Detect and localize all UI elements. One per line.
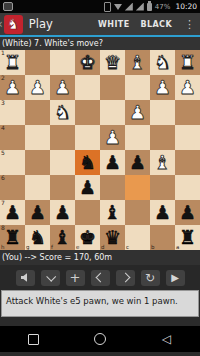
square-d6[interactable]	[100, 175, 125, 200]
app-logo: ♞	[4, 15, 23, 34]
home-button[interactable]	[67, 333, 134, 345]
square-d8[interactable]: d♛	[100, 225, 125, 250]
square-a5[interactable]	[175, 150, 200, 175]
add-button[interactable]: +	[66, 270, 85, 286]
wifi-icon	[114, 4, 122, 10]
file-label-e: e	[76, 244, 79, 250]
black-bishop: ♝	[54, 228, 71, 247]
square-c4[interactable]	[125, 125, 150, 150]
rank-label-6: 6	[1, 175, 5, 181]
black-knight: ♞	[29, 228, 46, 247]
black-pawn: ♟	[129, 153, 146, 172]
square-h3[interactable]: 3	[0, 100, 25, 125]
square-e3[interactable]	[75, 100, 100, 125]
chess-board[interactable]: 1♜♚♛♝♞♜2♟♟♟♟♟3♞♟4♟5♞♟♟♝6♟7♟♟♟♝♟♟8h♜g♞f♝e…	[0, 50, 200, 250]
previous-move-button[interactable]	[91, 270, 110, 286]
square-e8[interactable]: e♚	[75, 225, 100, 250]
white-rook: ♜	[4, 53, 21, 72]
white-rook: ♜	[179, 53, 196, 72]
signal-icon-2	[136, 3, 144, 11]
square-a3[interactable]	[175, 100, 200, 125]
square-f6[interactable]	[50, 175, 75, 200]
square-g4[interactable]	[25, 125, 50, 150]
white-pawn: ♟	[29, 78, 46, 97]
collapse-button[interactable]	[41, 270, 60, 286]
recents-button[interactable]	[0, 334, 67, 345]
black-king: ♚	[79, 228, 96, 247]
rank-label-2: 2	[1, 75, 5, 81]
volume-button[interactable]	[16, 270, 35, 286]
hint-message: Attack White's e5 pawn, we win 1 pawn.	[1, 290, 199, 317]
square-c2[interactable]	[125, 75, 150, 100]
square-e6[interactable]: ♟	[75, 175, 100, 200]
square-b1[interactable]: ♞	[150, 50, 175, 75]
square-a1[interactable]: ♜	[175, 50, 200, 75]
next-move-button[interactable]	[116, 270, 135, 286]
black-pawn: ♟	[154, 203, 171, 222]
square-f1[interactable]	[50, 50, 75, 75]
file-label-g: g	[26, 244, 30, 250]
square-f4[interactable]	[50, 125, 75, 150]
square-c1[interactable]: ♝	[125, 50, 150, 75]
square-g7[interactable]: ♟	[25, 200, 50, 225]
rank-label-1: 1	[1, 50, 5, 56]
square-e4[interactable]	[75, 125, 100, 150]
white-pawn: ♟	[154, 78, 171, 97]
black-bishop: ♝	[104, 203, 121, 222]
back-triangle-icon: ◁	[162, 333, 171, 345]
white-knight: ♞	[154, 53, 171, 72]
square-g5[interactable]	[25, 150, 50, 175]
black-pawn: ♟	[29, 203, 46, 222]
square-f8[interactable]: f♝	[50, 225, 75, 250]
white-pawn: ♟	[4, 78, 21, 97]
file-label-c: c	[126, 244, 129, 250]
square-b7[interactable]: ♟	[150, 200, 175, 225]
battery-icon	[147, 3, 152, 11]
app-bar: ‹ ♞ Play WHITE BLACK ⋮	[0, 13, 200, 37]
square-c5[interactable]: ♟	[125, 150, 150, 175]
square-d2[interactable]	[100, 75, 125, 100]
square-h1[interactable]: 1♜	[0, 50, 25, 75]
square-h6[interactable]: 6	[0, 175, 25, 200]
square-h5[interactable]: 5	[0, 150, 25, 175]
clock: 10:20	[175, 2, 197, 11]
square-b6[interactable]	[150, 175, 175, 200]
square-d3[interactable]	[100, 100, 125, 125]
square-e1[interactable]: ♚	[75, 50, 100, 75]
score-line: (You) --> Score = 170, 60m	[0, 250, 200, 265]
speaker-icon	[21, 273, 30, 282]
rank-label-3: 3	[1, 100, 5, 106]
black-pawn: ♟	[179, 203, 196, 222]
overflow-menu-icon[interactable]: ⋮	[184, 19, 195, 30]
white-pawn: ♟	[129, 103, 146, 122]
refresh-button[interactable]: ↻	[141, 270, 160, 286]
square-g6[interactable]	[25, 175, 50, 200]
square-f2[interactable]: ♟	[50, 75, 75, 100]
square-a8[interactable]: a♜	[175, 225, 200, 250]
white-bishop: ♝	[154, 153, 171, 172]
rank-label-5: 5	[1, 150, 5, 156]
chess-app-screen: 47% 10:20 ‹ ♞ Play WHITE BLACK ⋮ (White)…	[0, 0, 200, 356]
recents-icon	[28, 334, 39, 345]
square-c8[interactable]: c	[125, 225, 150, 250]
square-f7[interactable]: ♟	[50, 200, 75, 225]
android-nav-bar: ◁	[0, 326, 200, 352]
chevron-right-icon	[120, 273, 130, 283]
square-a7[interactable]: ♟	[175, 200, 200, 225]
black-pawn: ♟	[54, 203, 71, 222]
square-d4[interactable]: ♟	[100, 125, 125, 150]
move-prompt: (White) 7. White's move?	[0, 37, 200, 50]
file-label-f: f	[51, 244, 53, 250]
square-a2[interactable]: ♟	[175, 75, 200, 100]
square-e2[interactable]	[75, 75, 100, 100]
square-h8[interactable]: 8h♜	[0, 225, 25, 250]
square-h2[interactable]: 2♟	[0, 75, 25, 100]
square-g8[interactable]: g♞	[25, 225, 50, 250]
square-a4[interactable]	[175, 125, 200, 150]
square-g2[interactable]: ♟	[25, 75, 50, 100]
black-pawn: ♟	[4, 203, 21, 222]
white-pawn: ♟	[179, 78, 196, 97]
square-d7[interactable]: ♝	[100, 200, 125, 225]
black-rook: ♜	[4, 228, 21, 247]
square-c6[interactable]	[125, 175, 150, 200]
square-g3[interactable]	[25, 100, 50, 125]
back-icon[interactable]: ‹	[0, 12, 3, 36]
status-bar: 47% 10:20	[0, 0, 200, 13]
square-c7[interactable]	[125, 200, 150, 225]
square-d5[interactable]: ♟	[100, 150, 125, 175]
square-d1[interactable]: ♛	[100, 50, 125, 75]
file-label-h: h	[1, 244, 5, 250]
signal-icon	[125, 3, 133, 11]
black-pawn: ♟	[104, 153, 121, 172]
white-king: ♚	[79, 53, 96, 72]
square-h4[interactable]: 4	[0, 125, 25, 150]
device-status-icon	[104, 2, 111, 12]
knight-logo-icon: ♞	[7, 17, 20, 31]
square-b3[interactable]	[150, 100, 175, 125]
black-rook: ♜	[179, 228, 196, 247]
tab-black[interactable]: BLACK	[141, 20, 172, 29]
notification-icon	[3, 2, 13, 11]
black-knight: ♞	[79, 153, 96, 172]
file-label-a: a	[176, 244, 179, 250]
controls-bar: + ↻ ▶	[0, 265, 200, 290]
white-queen: ♛	[104, 53, 121, 72]
file-label-d: d	[101, 244, 105, 250]
back-button[interactable]: ◁	[133, 333, 200, 345]
page-title: Play	[29, 17, 98, 31]
square-f3[interactable]: ♞	[50, 100, 75, 125]
square-f5[interactable]	[50, 150, 75, 175]
square-b5[interactable]: ♝	[150, 150, 175, 175]
square-b8[interactable]: b	[150, 225, 175, 250]
rank-label-4: 4	[1, 125, 5, 131]
square-h7[interactable]: 7♟	[0, 200, 25, 225]
square-e5[interactable]: ♞	[75, 150, 100, 175]
tab-white[interactable]: WHITE	[98, 20, 129, 29]
square-b4[interactable]	[150, 125, 175, 150]
rank-label-8: 8	[1, 225, 5, 231]
play-button[interactable]: ▶	[166, 270, 185, 286]
file-label-b: b	[151, 244, 155, 250]
rank-label-7: 7	[1, 200, 5, 206]
black-pawn: ♟	[79, 178, 96, 197]
square-a6[interactable]	[175, 175, 200, 200]
square-b2[interactable]: ♟	[150, 75, 175, 100]
home-icon	[94, 333, 106, 345]
white-bishop: ♝	[129, 53, 146, 72]
battery-percent: 47%	[155, 3, 171, 11]
white-knight: ♞	[54, 103, 71, 122]
square-e7[interactable]	[75, 200, 100, 225]
spacer	[0, 317, 200, 326]
white-pawn: ♟	[54, 78, 71, 97]
black-queen: ♛	[104, 228, 121, 247]
white-pawn: ♟	[104, 128, 121, 147]
square-g1[interactable]	[25, 50, 50, 75]
chevron-left-icon	[95, 273, 105, 283]
chevron-down-icon	[46, 272, 56, 282]
square-c3[interactable]: ♟	[125, 100, 150, 125]
